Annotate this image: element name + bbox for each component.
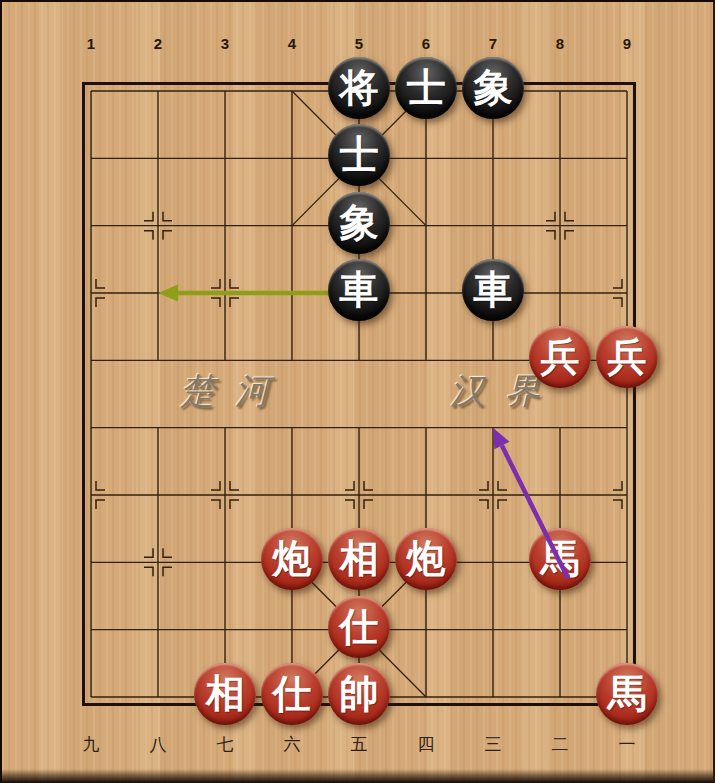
- xiangqi-board-app: 123456789九八七六五四三二一 楚河 汉界 将士象士象車車兵兵炮相炮馬仕相…: [0, 0, 715, 783]
- file-cjk-label: 九: [78, 733, 104, 756]
- file-cjk-label: 二: [547, 733, 573, 756]
- file-cjk-label: 一: [614, 733, 640, 756]
- file-number-label: 7: [482, 35, 504, 52]
- red-horse[interactable]: 馬: [529, 528, 591, 590]
- red-advisor[interactable]: 仕: [261, 663, 323, 725]
- red-advisor[interactable]: 仕: [328, 596, 390, 658]
- file-cjk-label: 七: [212, 733, 238, 756]
- file-number-label: 6: [415, 35, 437, 52]
- file-cjk-label: 五: [346, 733, 372, 756]
- file-cjk-label: 三: [480, 733, 506, 756]
- file-number-label: 4: [281, 35, 303, 52]
- bottom-shade: [2, 769, 713, 783]
- file-number-label: 5: [348, 35, 370, 52]
- black-advisor[interactable]: 士: [395, 57, 457, 119]
- file-number-label: 8: [549, 35, 571, 52]
- black-chariot[interactable]: 車: [462, 259, 524, 321]
- file-cjk-label: 八: [145, 733, 171, 756]
- red-general[interactable]: 帥: [328, 663, 390, 725]
- file-number-label: 1: [80, 35, 102, 52]
- black-elephant[interactable]: 象: [462, 57, 524, 119]
- river-label-left: 楚河: [180, 368, 290, 410]
- red-elephant[interactable]: 相: [194, 663, 256, 725]
- red-horse[interactable]: 馬: [596, 663, 658, 725]
- black-advisor[interactable]: 士: [328, 124, 390, 186]
- red-cannon[interactable]: 炮: [395, 528, 457, 590]
- black-elephant[interactable]: 象: [328, 192, 390, 254]
- file-cjk-label: 四: [413, 733, 439, 756]
- black-general[interactable]: 将: [328, 57, 390, 119]
- red-soldier[interactable]: 兵: [529, 326, 591, 388]
- red-elephant[interactable]: 相: [328, 528, 390, 590]
- red-soldier[interactable]: 兵: [596, 326, 658, 388]
- file-number-label: 2: [147, 35, 169, 52]
- black-chariot[interactable]: 車: [328, 259, 390, 321]
- red-cannon[interactable]: 炮: [261, 528, 323, 590]
- file-number-label: 9: [616, 35, 638, 52]
- file-cjk-label: 六: [279, 733, 305, 756]
- file-number-label: 3: [214, 35, 236, 52]
